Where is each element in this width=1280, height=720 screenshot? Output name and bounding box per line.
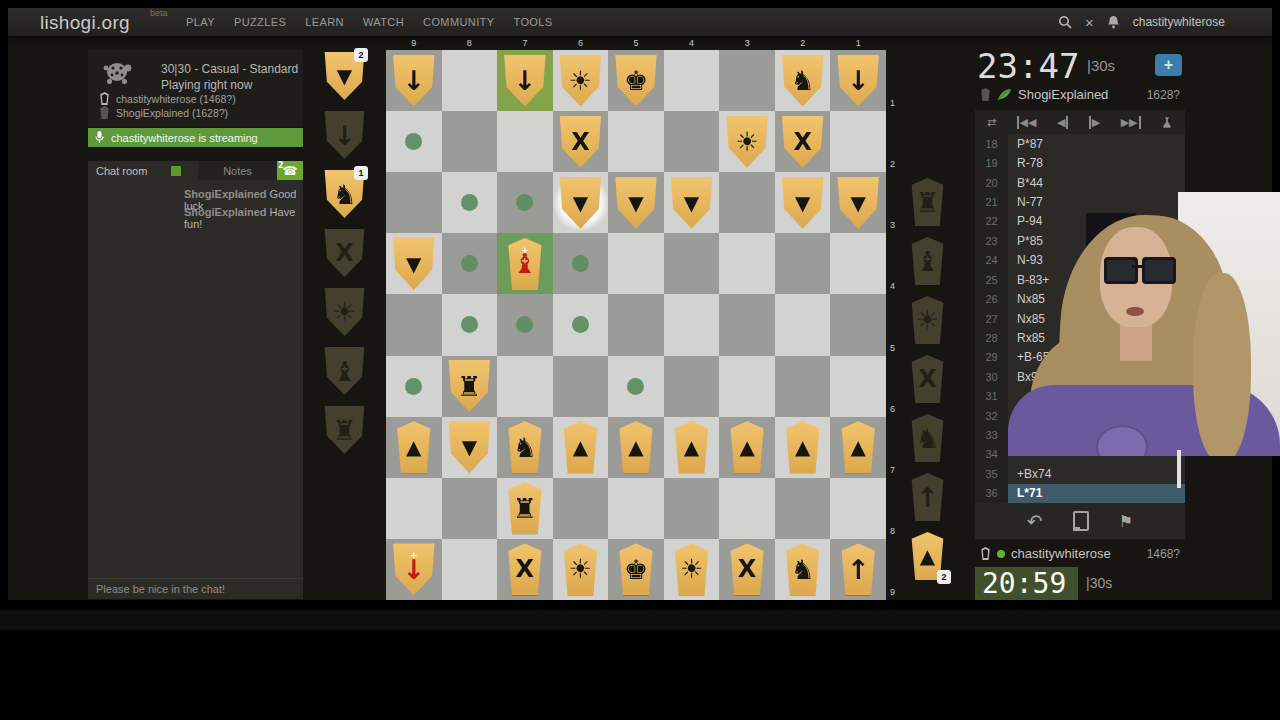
square-85[interactable] [442,294,498,355]
square-41[interactable] [664,50,720,111]
square-73[interactable] [497,172,553,233]
shogi-piece-n-sente[interactable]: ♞ [780,543,826,595]
gote-koma-icon [980,88,991,101]
piece-glyph: ▼ [573,193,588,213]
square-63[interactable]: ▼ [553,172,609,233]
prev-move-icon[interactable]: ◀ [1057,116,1068,129]
shogi-piece-p-gote[interactable]: ▼ [669,177,715,229]
square-97[interactable]: ▲ [386,417,442,478]
hand-count-badge: 1 [354,166,368,180]
shogi-piece-k-sente[interactable]: ♚ [613,543,659,595]
rank-labels: 123456789 [887,50,898,600]
rank-label: 6 [887,356,898,417]
shogi-piece-r-gote[interactable]: ♜ [446,360,492,412]
piece-glyph: X [738,557,757,581]
move-number: 36 [975,484,1008,503]
piece-glyph: ▼ [684,193,699,213]
piece-glyph: ♞ [791,556,815,583]
piece-glyph: ♞ [791,67,815,94]
piece-glyph: ♚ [624,67,648,94]
bottom-clock: 20:59 [982,567,1066,600]
square-17[interactable]: ▲ [830,417,886,478]
rank-label: 5 [887,294,898,355]
square-55[interactable] [608,294,664,355]
shogi-piece-p-gote[interactable]: ▼ [613,177,659,229]
square-32[interactable]: ☀ [719,111,775,172]
square-56[interactable] [608,356,664,417]
piece-glyph: ☀ [569,556,592,582]
square-23[interactable]: ▼ [775,172,831,233]
square-29[interactable]: ♞ [775,539,831,600]
move-number: 30 [975,367,1008,386]
piece-glyph: ▼ [795,193,810,213]
nav-username[interactable]: chastitywhiterose [1133,15,1225,29]
file-label: 4 [664,38,720,49]
hand-slot-r-gote[interactable]: ♜ [321,404,368,456]
square-13[interactable]: ▼ [830,172,886,233]
square-57[interactable]: ▲ [608,417,664,478]
sente-hand: ♜♝☀X♞↑▲2 [904,176,951,582]
shogi-piece-p-gote[interactable]: ▼ [391,238,437,290]
piece-glyph: ▲ [628,437,643,457]
shogi-piece-p-sente[interactable]: ▲ [835,421,881,473]
tab-notes[interactable]: Notes [198,161,277,180]
shogi-piece-s-sente[interactable]: X [724,543,770,595]
square-38[interactable] [719,478,775,539]
piece-glyph: X [918,367,937,391]
square-81[interactable] [442,50,498,111]
top-clock: 23:47 [977,46,1079,86]
shogi-piece-g-sente[interactable]: ☀ [906,296,950,344]
square-67[interactable]: ▲ [553,417,609,478]
move-number: 19 [975,153,1008,172]
promotion-plus: + [521,245,529,255]
streamer-mouth [1126,307,1144,316]
square-99[interactable]: ↓+ [386,539,442,600]
shogi-piece-p-gote[interactable]: ▼ [780,177,826,229]
piece-glyph: X [516,557,535,581]
move-number: 18 [975,134,1008,153]
square-27[interactable]: ▲ [775,417,831,478]
shogi-piece-p-gote[interactable]: ▼ [557,177,603,229]
piece-glyph: ♜ [513,495,537,522]
piece-glyph: X [335,241,354,265]
top-player-rating: 1628? [1147,88,1180,102]
move-row-19[interactable]: 19R-78 [975,153,1185,172]
player-link-gote[interactable]: ShogiExplained (1628?) [99,106,228,119]
nav-item-puzzles[interactable]: PUZZLES [234,16,286,28]
hand-slot-n-sente[interactable]: ♞ [904,412,951,464]
move-number: 26 [975,289,1008,308]
first-move-icon[interactable]: ◀◀ [1017,116,1037,129]
add-time-button[interactable]: + [1155,54,1182,76]
streaming-banner[interactable]: chastitywhiterose is streaming [88,128,303,147]
shogi-piece-p-sente[interactable]: ▲ [613,421,659,473]
shogi-piece-s-sente[interactable]: X [502,543,548,595]
shogi-piece-l-gote[interactable]: ↓ [502,55,548,107]
hand-slot-p-gote[interactable]: ▼2 [321,50,368,102]
piece-glyph: ↓ [847,67,870,94]
square-87[interactable]: ▼ [442,417,498,478]
move-number: 34 [975,445,1008,464]
square-33[interactable] [719,172,775,233]
hand-slot-r-sente[interactable]: ♜ [904,176,951,228]
file-label: 1 [831,38,887,49]
piece-glyph: ↓ [333,122,356,149]
square-68[interactable] [553,478,609,539]
file-label: 3 [719,38,775,49]
glasses-left-lens [1104,257,1138,284]
shogi-piece-r-sente[interactable]: ♜ [502,482,548,534]
shogi-board: ↓↓☀♚♞↓X☀X▼▼▼▼▼▼♝+♜▲▼♞▲▲▲▲▲▲♜↓+X☀♚☀X♞↑ [386,50,886,600]
square-16[interactable] [830,356,886,417]
close-icon[interactable]: × [1085,14,1094,31]
square-22[interactable]: X [775,111,831,172]
shogi-piece-s-gote[interactable]: X [780,116,826,168]
move-number: 27 [975,309,1008,328]
move-number: 25 [975,270,1008,289]
chat-messages: ShogiExplained Good luckShogiExplained H… [88,180,303,578]
rank-label: 8 [887,478,898,539]
square-88[interactable] [442,478,498,539]
next-move-icon[interactable]: ▶ [1089,116,1100,129]
piece-glyph: ♝ [332,358,356,385]
shogi-piece-s-gote[interactable]: X [557,116,603,168]
top-player-row: ShogiExplained 1628? [980,87,1108,102]
square-65[interactable] [553,294,609,355]
shogi-piece-p-sente[interactable]: ▲ [391,421,437,473]
hand-slot-s-gote[interactable]: X [321,227,368,279]
square-61[interactable]: ☀ [553,50,609,111]
analysis-icon[interactable] [1161,116,1173,129]
move-row-20[interactable]: 20B*44 [975,173,1185,192]
turtle-speed-icon [100,58,136,88]
shogi-piece-n-gote[interactable]: ♞ [780,55,826,107]
piece-glyph: ▲ [406,437,421,457]
move-text: L*71 [1008,484,1185,503]
nav-item-community[interactable]: COMMUNITY [423,16,494,28]
online-indicator [997,550,1005,558]
file-label: 8 [442,38,498,49]
shogi-piece-l-gote[interactable]: ↓ [835,55,881,107]
square-47[interactable]: ▲ [664,417,720,478]
shogi-piece-k-gote[interactable]: ♚ [613,55,659,107]
file-label: 7 [497,38,553,49]
move-number: 32 [975,406,1008,425]
piece-glyph: ☀ [680,556,703,582]
hand-slot-g-gote[interactable]: ☀ [321,286,368,338]
square-58[interactable] [608,478,664,539]
shogi-piece-b-gote[interactable]: ♝ [323,347,367,395]
hand-slot-l-gote[interactable]: ↓ [321,109,368,161]
shogi-piece-p-gote[interactable]: ▼ [835,177,881,229]
piece-glyph: ▼ [406,254,421,274]
gote-hand: ▼2↓♞1X☀♝♜ [321,50,368,456]
nav-item-learn[interactable]: LEARN [305,16,344,28]
move-list-scrollbar[interactable] [1177,450,1181,488]
move-number: 28 [975,328,1008,347]
square-84[interactable] [442,233,498,294]
call-badge: 2 [278,161,284,170]
rank-label: 4 [887,233,898,294]
hand-slot-g-sente[interactable]: ☀ [904,294,951,346]
square-98[interactable] [386,478,442,539]
shogi-piece-l-gote[interactable]: ↓ [323,111,367,159]
hand-slot-n-gote[interactable]: ♞1 [321,168,368,220]
move-number: 35 [975,464,1008,483]
square-54[interactable] [608,233,664,294]
move-number: 22 [975,212,1008,231]
shogi-piece-p-sente[interactable]: ▲ [557,421,603,473]
square-74[interactable]: ♝+ [497,233,553,294]
shogi-piece-promoted-l-gote[interactable]: ↓+ [391,543,437,595]
square-59[interactable]: ♚ [608,539,664,600]
square-79[interactable]: X [497,539,553,600]
move-number: 21 [975,192,1008,211]
bottom-player-row: chastitywhiterose 1468? [980,546,1111,561]
hand-slot-l-sente[interactable]: ↑ [904,471,951,523]
nav-right: × chastitywhiterose [1058,8,1225,36]
square-69[interactable]: ☀ [553,539,609,600]
nav-menu: PLAYPUZZLESLEARNWATCHCOMMUNITYTOOLS [186,8,553,36]
square-76[interactable] [497,356,553,417]
square-94[interactable]: ▼ [386,233,442,294]
streamer-hair-right [1193,273,1251,456]
player-link-sente[interactable]: chastitywhiterose (1468?) [99,92,236,105]
rank-label: 7 [887,417,898,478]
square-96[interactable] [386,356,442,417]
square-82[interactable] [442,111,498,172]
piece-glyph: ▲ [795,437,810,457]
square-35[interactable] [719,294,775,355]
square-45[interactable] [664,294,720,355]
file-label: 2 [775,38,831,49]
square-28[interactable] [775,478,831,539]
shogi-piece-l-sente[interactable]: ↑ [906,473,950,521]
shogi-piece-r-sente[interactable]: ♜ [906,178,950,226]
replay-controls: ⇄ ◀◀ ◀ ▶ ▶▶ [975,110,1185,134]
square-48[interactable] [664,478,720,539]
gote-koma-icon [99,106,110,119]
piece-glyph: ↑ [916,484,939,511]
move-row-36[interactable]: 36L*71 [975,484,1185,503]
last-move-icon[interactable]: ▶▶ [1121,116,1141,129]
square-34[interactable] [719,233,775,294]
shogi-piece-g-gote[interactable]: ☀ [323,288,367,336]
shogi-piece-s-gote[interactable]: X [323,229,367,277]
takeback-icon[interactable]: ↶ [1027,510,1043,532]
move-text: P*87 [1008,134,1185,153]
beta-tag: beta [150,8,168,18]
bell-icon[interactable] [1107,15,1120,29]
piece-glyph: ▲ [684,437,699,457]
piece-glyph: ♜ [457,373,481,400]
square-42[interactable] [664,111,720,172]
shogi-piece-p-sente[interactable]: ▲ [780,421,826,473]
square-72[interactable] [497,111,553,172]
piece-glyph: ☀ [916,307,939,333]
chat-tabs: Chat room Notes 2☎ [88,161,303,180]
hand-slot-b-sente[interactable]: ♝ [904,235,951,287]
chat-toggle[interactable] [171,166,181,176]
nav-item-play[interactable]: PLAY [186,16,215,28]
bottom-player-name[interactable]: chastitywhiterose [1011,546,1111,561]
move-text: R-78 [1008,153,1185,172]
nav-item-tools[interactable]: TOOLS [513,16,552,28]
glasses-right-lens [1142,257,1176,284]
bottom-clock-box: 20:59 [975,567,1078,600]
piece-glyph: ☀ [333,299,356,325]
rank-label: 9 [887,539,898,600]
promotion-plus: + [410,550,418,560]
square-51[interactable]: ♚ [608,50,664,111]
sente-koma-icon [980,547,991,560]
top-player-name[interactable]: ShogiExplained [1018,87,1108,102]
file-label: 9 [386,38,442,49]
move-row-21[interactable]: 21N-77 [975,192,1185,211]
shogi-piece-g-sente[interactable]: ☀ [669,543,715,595]
tab-chat-room[interactable]: Chat room [88,161,198,180]
piece-glyph: ♜ [915,189,939,216]
piece-glyph: ▼ [337,66,352,86]
move-number: 20 [975,173,1008,192]
square-24[interactable] [775,233,831,294]
move-row-35[interactable]: 35+Bx74 [975,464,1185,483]
shogi-piece-r-gote[interactable]: ♜ [323,406,367,454]
piece-glyph: ♚ [624,556,648,583]
square-93[interactable] [386,172,442,233]
search-icon[interactable] [1058,15,1072,29]
piece-glyph: ☀ [569,68,592,94]
hand-slot-s-sente[interactable]: X [904,353,951,405]
glasses-bridge [1132,265,1142,268]
piece-glyph: ☀ [735,129,758,155]
file-label: 6 [553,38,609,49]
piece-glyph: ▲ [920,546,935,566]
streamer-neck [1120,321,1152,361]
piece-glyph: X [793,130,812,154]
lishogi-page: lishogi.org beta PLAYPUZZLESLEARNWATCHCO… [0,0,1280,720]
square-53[interactable]: ▼ [608,172,664,233]
impasse-count-icon[interactable] [1073,511,1089,531]
move-row-18[interactable]: 18P*87 [975,134,1185,153]
move-number: 33 [975,425,1008,444]
top-increment: |30s [1087,57,1115,74]
square-39[interactable]: X [719,539,775,600]
piece-glyph: ♞ [513,434,537,461]
chat-input[interactable]: Please be nice in the chat! [88,578,303,599]
piece-glyph: ▼ [851,193,866,213]
square-71[interactable]: ↓ [497,50,553,111]
square-25[interactable] [775,294,831,355]
square-36[interactable] [719,356,775,417]
square-78[interactable]: ♜ [497,478,553,539]
square-11[interactable]: ↓ [830,50,886,111]
call-button[interactable]: 2☎ [277,161,303,180]
resign-flag-icon[interactable]: ⚑ [1119,512,1133,531]
shogi-piece-b-sente[interactable]: ♝ [906,237,950,285]
piece-glyph: ▲ [573,437,588,457]
square-21[interactable]: ♞ [775,50,831,111]
square-77[interactable]: ♞ [497,417,553,478]
shogi-piece-g-sente[interactable]: ☀ [557,543,603,595]
file-labels: 987654321 [386,38,886,49]
letterbox-strip [0,610,1280,630]
shogi-piece-p-sente[interactable]: ▲ [724,421,770,473]
sente-koma-icon [99,92,110,105]
shogi-piece-p-sente[interactable]: ▲ [669,421,715,473]
square-37[interactable]: ▲ [719,417,775,478]
bottom-player-rating: 1468? [1147,547,1180,561]
shogi-piece-p-gote[interactable]: ▼ [446,421,492,473]
shogi-piece-l-sente[interactable]: ↑ [835,543,881,595]
hand-slot-b-gote[interactable]: ♝ [321,345,368,397]
webcam-overlay [1008,213,1280,456]
square-14[interactable] [830,233,886,294]
piece-glyph: ↓ [402,67,425,94]
square-92[interactable] [386,111,442,172]
square-12[interactable] [830,111,886,172]
square-62[interactable]: X [553,111,609,172]
shogi-piece-promoted-b-sente[interactable]: ♝+ [502,238,548,290]
file-label: 5 [608,38,664,49]
streamer-feather-icon [997,88,1012,101]
move-number: 29 [975,348,1008,367]
hand-slot-p-sente[interactable]: ▲2 [904,530,951,582]
shogi-piece-n-sente[interactable]: ♞ [502,421,548,473]
microphone-icon [95,131,104,144]
move-text: N-77 [1008,192,1185,211]
square-95[interactable] [386,294,442,355]
piece-glyph: ↑ [847,556,870,583]
piece-glyph: ▲ [851,437,866,457]
square-15[interactable] [830,294,886,355]
square-86[interactable]: ♜ [442,356,498,417]
shogi-piece-s-sente[interactable]: X [906,355,950,403]
square-46[interactable] [664,356,720,417]
square-49[interactable]: ☀ [664,539,720,600]
square-18[interactable] [830,478,886,539]
move-text: B*44 [1008,173,1185,192]
square-66[interactable] [553,356,609,417]
square-19[interactable]: ↑ [830,539,886,600]
square-31[interactable] [719,50,775,111]
square-26[interactable] [775,356,831,417]
rank-label: 3 [887,172,898,233]
piece-glyph: ♞ [332,181,356,208]
piece-glyph: ♝ [915,248,939,275]
square-64[interactable] [553,233,609,294]
flip-board-icon[interactable]: ⇄ [987,116,996,129]
square-52[interactable] [608,111,664,172]
square-44[interactable] [664,233,720,294]
shogi-piece-g-gote[interactable]: ☀ [557,55,603,107]
square-91[interactable]: ↓ [386,50,442,111]
shogi-piece-g-gote[interactable]: ☀ [724,116,770,168]
rank-label: 1 [887,50,898,111]
square-83[interactable] [442,172,498,233]
square-43[interactable]: ▼ [664,172,720,233]
shogi-piece-l-gote[interactable]: ↓ [391,55,437,107]
nav-item-watch[interactable]: WATCH [363,16,404,28]
game-status: Playing right now [161,78,252,92]
site-logo[interactable]: lishogi.org [40,12,130,34]
move-text: +Bx74 [1008,464,1185,483]
square-89[interactable] [442,539,498,600]
shogi-piece-n-sente[interactable]: ♞ [906,414,950,462]
square-75[interactable] [497,294,553,355]
piece-glyph: ▼ [628,193,643,213]
